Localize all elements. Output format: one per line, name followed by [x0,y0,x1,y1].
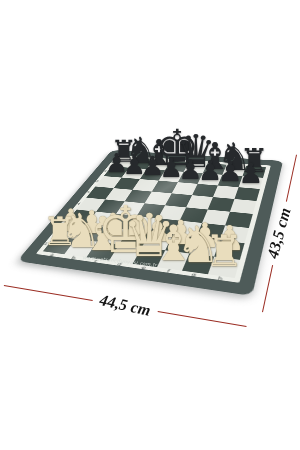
dimension-line-right [158,310,247,326]
product-photo: abcdefgh 87654321 www.satrancdunyasi.com… [0,0,300,450]
dimension-line-upper [285,155,296,202]
width-dimension-label: 44,5 cm [98,291,152,320]
chess-board-mat: abcdefgh 87654321 [17,150,283,296]
dimension-line-lower [262,265,273,312]
dimension-line-left [4,285,93,301]
